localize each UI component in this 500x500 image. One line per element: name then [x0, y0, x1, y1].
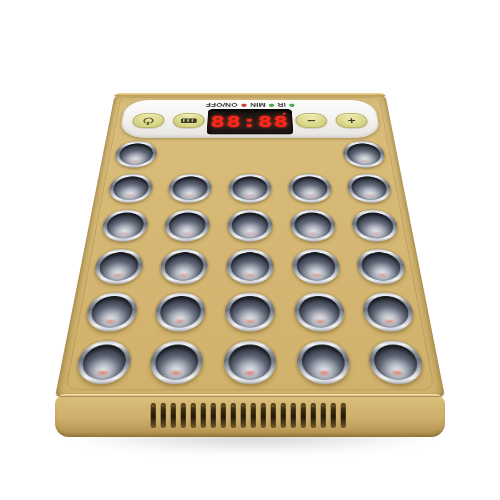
- led-lens: [342, 141, 387, 168]
- vent-slot: [281, 403, 286, 428]
- power-icon: [143, 117, 154, 123]
- left-button-group: [131, 113, 205, 128]
- led-lens: [291, 249, 341, 284]
- led-cell: [98, 171, 163, 207]
- vent-slot: [171, 403, 176, 428]
- indicator-led-dot: [241, 103, 246, 106]
- indicator-labels: ON/OFFMINIR: [206, 101, 295, 108]
- led-lens: [228, 174, 271, 203]
- vent-slot: [191, 403, 196, 428]
- led-cell: [212, 336, 287, 389]
- led-cell: [144, 288, 217, 336]
- led-cell: [334, 138, 396, 171]
- led-cell: [284, 288, 357, 336]
- led-cell: [356, 336, 437, 389]
- led-lens: [225, 292, 275, 331]
- vent-slot: [231, 403, 236, 428]
- vent-slot: [331, 403, 336, 428]
- vent-grille: [151, 403, 346, 428]
- led-lens: [361, 292, 416, 331]
- vent-slot: [261, 403, 266, 428]
- led-lens: [100, 210, 150, 242]
- minus-icon: −: [307, 116, 316, 125]
- led-cell: [337, 171, 402, 207]
- led-cell: [280, 206, 345, 245]
- mode-button[interactable]: [172, 113, 205, 128]
- display-section: ON/OFFMINIR 88:88: [204, 100, 296, 137]
- led-lens: [164, 210, 211, 242]
- indicator-label-min: MIN: [250, 102, 266, 107]
- control-panel-strip: ON/OFFMINIR 88:88 − +: [119, 100, 382, 138]
- led-cell: [282, 245, 351, 288]
- led-lens: [92, 249, 144, 284]
- led-cell: [137, 336, 214, 389]
- mode-icon: [181, 118, 197, 122]
- led-lens: [351, 210, 401, 242]
- led-cell: [221, 138, 279, 171]
- led-cell: [154, 206, 219, 245]
- indicator-led-dot: [289, 103, 294, 106]
- vent-slot: [151, 403, 156, 428]
- led-lens: [113, 141, 158, 168]
- vent-slot: [321, 403, 326, 428]
- led-lens: [107, 174, 154, 203]
- plus-icon: +: [347, 116, 357, 125]
- led-lens: [296, 341, 351, 385]
- led-cell: [351, 288, 427, 336]
- led-lens: [84, 292, 139, 331]
- vent-slot: [341, 403, 346, 428]
- timer-display-value: 88:88: [210, 113, 290, 131]
- led-cell: [279, 171, 341, 207]
- led-lens: [159, 249, 209, 284]
- led-cell: [218, 206, 282, 245]
- led-cell: [285, 336, 362, 389]
- led-lens: [223, 341, 276, 385]
- led-cell: [346, 245, 418, 288]
- led-lens: [356, 249, 408, 284]
- led-cell: [341, 206, 409, 245]
- panel-top-face: ON/OFFMINIR 88:88 − +: [55, 93, 445, 397]
- vent-slot: [271, 403, 276, 428]
- led-cell: [219, 171, 280, 207]
- led-lens: [367, 341, 426, 385]
- led-lens: [168, 174, 213, 203]
- vent-slot: [221, 403, 226, 428]
- vent-slot: [241, 403, 246, 428]
- led-lens: [226, 249, 274, 284]
- led-cell: [62, 336, 143, 389]
- led-cell: [73, 288, 149, 336]
- indicator-led-dot: [269, 103, 274, 106]
- vent-slot: [291, 403, 296, 428]
- plus-button[interactable]: +: [335, 113, 369, 128]
- led-lens: [293, 292, 345, 331]
- led-lens: [288, 174, 333, 203]
- vent-slot: [301, 403, 306, 428]
- timer-display: 88:88: [207, 109, 294, 134]
- led-lens: [346, 174, 393, 203]
- led-lens: [154, 292, 206, 331]
- led-cell: [90, 206, 158, 245]
- vent-slot: [201, 403, 206, 428]
- minus-button[interactable]: −: [295, 113, 328, 128]
- vent-slot: [251, 403, 256, 428]
- led-cell: [159, 171, 221, 207]
- product-photo: ON/OFFMINIR 88:88 − +: [0, 0, 500, 500]
- indicator-label-onoff: ON/OFF: [206, 102, 238, 107]
- vent-slot: [181, 403, 186, 428]
- led-grid: [62, 138, 437, 389]
- power-button[interactable]: [131, 113, 165, 128]
- led-lens: [74, 341, 133, 385]
- panel-front-face: [55, 394, 445, 437]
- vent-slot: [211, 403, 216, 428]
- vent-slot: [311, 403, 316, 428]
- led-cell: [163, 138, 223, 171]
- vent-slot: [161, 403, 166, 428]
- led-cell: [278, 138, 338, 171]
- indicator-label-ir: IR: [277, 102, 286, 107]
- led-lens: [289, 210, 336, 242]
- led-cell: [104, 138, 166, 171]
- led-cell: [216, 245, 283, 288]
- led-cell: [149, 245, 218, 288]
- led-cell: [215, 288, 286, 336]
- led-lens: [149, 341, 204, 385]
- led-cell: [82, 245, 154, 288]
- panel-back-edge: [114, 93, 385, 96]
- right-button-group: − +: [295, 113, 369, 128]
- led-lens: [227, 210, 272, 242]
